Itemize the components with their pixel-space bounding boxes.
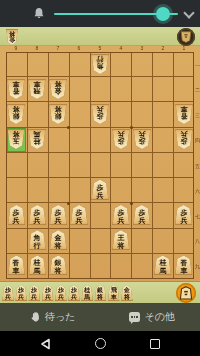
shogi-piece-rook-8b[interactable]: 飛車 (28, 79, 46, 99)
android-status-bar (0, 0, 200, 27)
file-label-6: 6 (74, 43, 84, 53)
file-label-4: 4 (116, 43, 126, 53)
shogi-piece-pawn-3g[interactable]: 歩兵 (133, 205, 151, 225)
file-label-2: 2 (158, 43, 168, 53)
file-label-1: 1 (179, 43, 189, 53)
rank-label-2: 二 (193, 85, 200, 95)
shogi-piece-silver-7i[interactable]: 銀将 (49, 255, 67, 275)
recents-button[interactable] (150, 339, 160, 349)
shogi-piece-pawn-7g[interactable]: 歩兵 (49, 205, 67, 225)
rank-label-1: 一 (193, 60, 200, 70)
shogi-piece-pawn-3d[interactable]: 歩兵 (133, 129, 151, 149)
shogi-piece-king-9d[interactable]: 玉将 (7, 129, 25, 149)
shogi-piece-knight-8d[interactable]: 桂馬 (28, 129, 46, 149)
shogi-piece-knight-8i[interactable]: 桂馬 (28, 255, 46, 275)
raised-hand-icon (30, 311, 41, 323)
sente-hand-piece-9[interactable]: 飛車 (108, 285, 120, 301)
gote-piece-icon (180, 31, 192, 43)
sente-hand-piece-1[interactable]: 歩兵 (2, 285, 14, 301)
sente-hand-piece-10[interactable]: 金将 (121, 285, 133, 301)
file-label-8: 8 (32, 43, 42, 53)
rank-label-3: 三 (193, 110, 200, 120)
notification-bell-icon (33, 7, 45, 20)
rank-label-8: 八 (193, 236, 200, 246)
sente-hand-piece-6[interactable]: 歩兵 (68, 285, 80, 301)
shogi-piece-lance-9b[interactable]: 香車 (7, 79, 25, 99)
home-button[interactable] (95, 338, 106, 349)
rank-label-9: 九 (193, 261, 200, 271)
file-label-9: 9 (11, 43, 21, 53)
sente-piece-icon (179, 286, 193, 300)
file-label-3: 3 (137, 43, 147, 53)
shogi-piece-bishop-5a[interactable]: 角行 (91, 54, 109, 74)
shogi-piece-pawn-5f[interactable]: 歩兵 (91, 180, 109, 200)
sente-hand-piece-8[interactable]: 銀将 (94, 285, 106, 301)
speech-bubble-icon (129, 312, 140, 322)
shogi-piece-pawn-1d[interactable]: 歩兵 (175, 129, 193, 149)
shogi-piece-gold-7b[interactable]: 金将 (49, 79, 67, 99)
action-bar: 待った その他 (0, 303, 200, 331)
undo-button[interactable]: 待った (30, 310, 75, 324)
rank-label-4: 四 (193, 135, 200, 145)
shogi-piece-pawn-5c[interactable]: 歩兵 (91, 104, 109, 124)
phone-screen: 金将 987654321一二三四五六七八九角行香車飛車金将銀将銀将歩兵香車玉将桂… (0, 0, 200, 356)
shogi-piece-pawn-4g[interactable]: 歩兵 (112, 205, 130, 225)
shogi-piece-knight-2i[interactable]: 桂馬 (154, 255, 172, 275)
more-button-label: その他 (144, 310, 174, 324)
sente-player-badge (176, 283, 196, 303)
android-nav-bar (0, 331, 200, 356)
shogi-piece-lance-9i[interactable]: 香車 (7, 255, 25, 275)
more-button[interactable]: その他 (129, 310, 174, 324)
shogi-piece-bishop-8h[interactable]: 角行 (28, 230, 46, 250)
back-button[interactable] (40, 338, 51, 350)
shogi-piece-pawn-9g[interactable]: 歩兵 (7, 205, 25, 225)
file-label-7: 7 (53, 43, 63, 53)
shogi-piece-lance-1i[interactable]: 香車 (175, 255, 193, 275)
shogi-piece-lance-1c[interactable]: 香車 (175, 104, 193, 124)
undo-button-label: 待った (45, 310, 75, 324)
shogi-piece-king-4h[interactable]: 王将 (112, 230, 130, 250)
file-label-5: 5 (95, 43, 105, 53)
chevron-down-icon[interactable] (184, 9, 193, 18)
volume-slider-knob[interactable] (156, 7, 170, 21)
sente-hand-piece-5[interactable]: 歩兵 (55, 285, 67, 301)
rank-label-6: 六 (193, 186, 200, 196)
sente-hand-piece-2[interactable]: 歩兵 (15, 285, 27, 301)
sente-hand-piece-7[interactable]: 桂馬 (81, 285, 93, 301)
rank-label-7: 七 (193, 211, 200, 221)
volume-slider[interactable] (54, 13, 178, 15)
sente-hand-piece-4[interactable]: 歩兵 (42, 285, 54, 301)
shogi-board[interactable]: 987654321一二三四五六七八九角行香車飛車金将銀将銀将歩兵香車玉将桂馬歩兵… (0, 46, 200, 281)
shogi-piece-pawn-8g[interactable]: 歩兵 (28, 205, 46, 225)
sente-hand-piece-3[interactable]: 歩兵 (28, 285, 40, 301)
shogi-piece-silver-9c[interactable]: 銀将 (7, 104, 25, 124)
sente-captured-tray: 歩兵歩兵歩兵歩兵歩兵歩兵桂馬銀将飛車金将 (0, 281, 200, 303)
shogi-piece-gold-7h[interactable]: 金将 (49, 230, 67, 250)
shogi-piece-silver-7c[interactable]: 銀将 (49, 104, 67, 124)
shogi-piece-pawn-6g[interactable]: 歩兵 (70, 205, 88, 225)
shogi-piece-pawn-1g[interactable]: 歩兵 (175, 205, 193, 225)
rank-label-5: 五 (193, 161, 200, 171)
shogi-piece-pawn-4d[interactable]: 歩兵 (112, 129, 130, 149)
